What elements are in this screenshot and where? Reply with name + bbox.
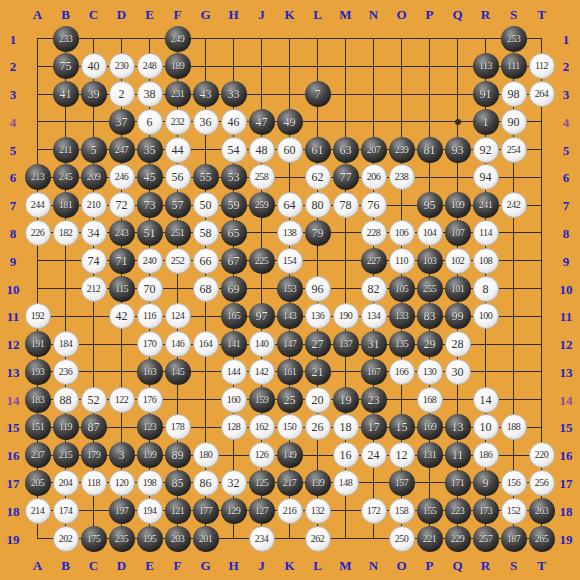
stone-D4[interactable]: 37 xyxy=(109,109,135,135)
stone-D14[interactable]: 122 xyxy=(109,387,135,413)
stone-Q17[interactable]: 171 xyxy=(445,470,471,496)
stone-Q7[interactable]: 109 xyxy=(445,192,471,218)
move-number: 217 xyxy=(283,478,297,488)
stone-J14[interactable]: 159 xyxy=(249,387,275,413)
stone-F6[interactable]: 56 xyxy=(165,164,191,190)
stone-S17[interactable]: 156 xyxy=(501,470,527,496)
stone-C8[interactable]: 34 xyxy=(81,220,107,246)
stone-F11[interactable]: 124 xyxy=(165,303,191,329)
stone-L8[interactable]: 79 xyxy=(305,220,331,246)
stone-F7[interactable]: 57 xyxy=(165,192,191,218)
stone-D3[interactable]: 2 xyxy=(109,81,135,107)
stone-C7[interactable]: 210 xyxy=(81,192,107,218)
stone-O11[interactable]: 133 xyxy=(389,303,415,329)
stone-E12[interactable]: 170 xyxy=(137,331,163,357)
stone-N9[interactable]: 227 xyxy=(361,248,387,274)
stone-B1[interactable]: 233 xyxy=(53,26,79,52)
stone-S19[interactable]: 187 xyxy=(501,526,527,552)
stone-A15[interactable]: 151 xyxy=(25,414,51,440)
stone-O16[interactable]: 12 xyxy=(389,442,415,468)
move-number: 104 xyxy=(423,228,437,238)
stone-R7[interactable]: 241 xyxy=(473,192,499,218)
stone-P5[interactable]: 81 xyxy=(417,137,443,163)
stone-N6[interactable]: 206 xyxy=(361,164,387,190)
stone-N7[interactable]: 76 xyxy=(361,192,387,218)
stone-O13[interactable]: 166 xyxy=(389,359,415,385)
stone-H8[interactable]: 65 xyxy=(221,220,247,246)
move-number: 181 xyxy=(59,200,73,210)
stone-J12[interactable]: 140 xyxy=(249,331,275,357)
stone-O19[interactable]: 250 xyxy=(389,526,415,552)
stone-H12[interactable]: 141 xyxy=(221,331,247,357)
move-number: 16 xyxy=(340,449,352,461)
stone-M14[interactable]: 19 xyxy=(333,387,359,413)
move-number: 239 xyxy=(395,145,409,155)
stone-R16[interactable]: 186 xyxy=(473,442,499,468)
stone-E7[interactable]: 73 xyxy=(137,192,163,218)
stone-M12[interactable]: 137 xyxy=(333,331,359,357)
stone-L15[interactable]: 26 xyxy=(305,414,331,440)
stone-N14[interactable]: 23 xyxy=(361,387,387,413)
stone-R10[interactable]: 8 xyxy=(473,276,499,302)
stone-K13[interactable]: 161 xyxy=(277,359,303,385)
stone-O17[interactable]: 157 xyxy=(389,470,415,496)
stone-B12[interactable]: 184 xyxy=(53,331,79,357)
stone-B19[interactable]: 202 xyxy=(53,526,79,552)
stone-N10[interactable]: 82 xyxy=(361,276,387,302)
move-number: 142 xyxy=(255,367,269,377)
stone-O10[interactable]: 105 xyxy=(389,276,415,302)
stone-P16[interactable]: 131 xyxy=(417,442,443,468)
stone-A14[interactable]: 183 xyxy=(25,387,51,413)
stone-F19[interactable]: 203 xyxy=(165,526,191,552)
stone-S4[interactable]: 90 xyxy=(501,109,527,135)
stone-D6[interactable]: 246 xyxy=(109,164,135,190)
stone-L10[interactable]: 96 xyxy=(305,276,331,302)
stone-D2[interactable]: 230 xyxy=(109,53,135,79)
stone-C17[interactable]: 118 xyxy=(81,470,107,496)
stone-R19[interactable]: 257 xyxy=(473,526,499,552)
stone-C16[interactable]: 179 xyxy=(81,442,107,468)
stone-J9[interactable]: 225 xyxy=(249,248,275,274)
stone-E13[interactable]: 163 xyxy=(137,359,163,385)
stone-B16[interactable]: 215 xyxy=(53,442,79,468)
move-number: 245 xyxy=(59,172,73,182)
stone-Q18[interactable]: 223 xyxy=(445,498,471,524)
stone-G12[interactable]: 164 xyxy=(193,331,219,357)
stone-P14[interactable]: 168 xyxy=(417,387,443,413)
stone-N13[interactable]: 167 xyxy=(361,359,387,385)
move-number: 125 xyxy=(255,478,269,488)
move-number: 173 xyxy=(479,506,493,516)
stone-M11[interactable]: 190 xyxy=(333,303,359,329)
stone-O15[interactable]: 15 xyxy=(389,414,415,440)
stone-K16[interactable]: 149 xyxy=(277,442,303,468)
stone-T19[interactable]: 265 xyxy=(529,526,555,552)
stone-A17[interactable]: 205 xyxy=(25,470,51,496)
stone-G18[interactable]: 177 xyxy=(193,498,219,524)
stone-H4[interactable]: 46 xyxy=(221,109,247,135)
coord-right-14: 14 xyxy=(560,393,573,406)
stone-O8[interactable]: 106 xyxy=(389,220,415,246)
stone-L17[interactable]: 139 xyxy=(305,470,331,496)
stone-F15[interactable]: 178 xyxy=(165,414,191,440)
stone-E3[interactable]: 38 xyxy=(137,81,163,107)
stone-T3[interactable]: 264 xyxy=(529,81,555,107)
stone-D9[interactable]: 71 xyxy=(109,248,135,274)
stone-M7[interactable]: 78 xyxy=(333,192,359,218)
stone-J7[interactable]: 259 xyxy=(249,192,275,218)
stone-B7[interactable]: 181 xyxy=(53,192,79,218)
go-board[interactable]: AABBCCDDEEFFGGHHJJKKLLMMNNOOPPQQRRSSTT11… xyxy=(0,0,580,580)
stone-N18[interactable]: 172 xyxy=(361,498,387,524)
stone-O9[interactable]: 110 xyxy=(389,248,415,274)
stone-R4[interactable]: 1 xyxy=(473,109,499,135)
stone-C6[interactable]: 209 xyxy=(81,164,107,190)
coord-bottom-Q: Q xyxy=(452,559,462,572)
stone-H10[interactable]: 69 xyxy=(221,276,247,302)
stone-E17[interactable]: 198 xyxy=(137,470,163,496)
stone-Q19[interactable]: 229 xyxy=(445,526,471,552)
stone-P7[interactable]: 95 xyxy=(417,192,443,218)
stone-L13[interactable]: 21 xyxy=(305,359,331,385)
move-number: 63 xyxy=(340,144,352,156)
stone-E9[interactable]: 240 xyxy=(137,248,163,274)
stone-J11[interactable]: 97 xyxy=(249,303,275,329)
stone-K8[interactable]: 138 xyxy=(277,220,303,246)
stone-E16[interactable]: 199 xyxy=(137,442,163,468)
stone-N8[interactable]: 228 xyxy=(361,220,387,246)
move-number: 259 xyxy=(255,200,269,210)
stone-F1[interactable]: 249 xyxy=(165,26,191,52)
stone-F18[interactable]: 121 xyxy=(165,498,191,524)
move-number: 162 xyxy=(255,422,269,432)
move-number: 145 xyxy=(171,367,185,377)
stone-D11[interactable]: 42 xyxy=(109,303,135,329)
stone-E10[interactable]: 70 xyxy=(137,276,163,302)
stone-B5[interactable]: 211 xyxy=(53,137,79,163)
stone-K9[interactable]: 154 xyxy=(277,248,303,274)
stone-R11[interactable]: 100 xyxy=(473,303,499,329)
stone-A18[interactable]: 214 xyxy=(25,498,51,524)
stone-P19[interactable]: 221 xyxy=(417,526,443,552)
stone-F12[interactable]: 146 xyxy=(165,331,191,357)
stone-Q11[interactable]: 99 xyxy=(445,303,471,329)
stone-G3[interactable]: 43 xyxy=(193,81,219,107)
stone-J18[interactable]: 127 xyxy=(249,498,275,524)
stone-S2[interactable]: 111 xyxy=(501,53,527,79)
stone-R15[interactable]: 10 xyxy=(473,414,499,440)
stone-H15[interactable]: 128 xyxy=(221,414,247,440)
stone-F9[interactable]: 252 xyxy=(165,248,191,274)
stone-G8[interactable]: 58 xyxy=(193,220,219,246)
stone-A8[interactable]: 226 xyxy=(25,220,51,246)
stone-D10[interactable]: 115 xyxy=(109,276,135,302)
stone-N11[interactable]: 134 xyxy=(361,303,387,329)
move-number: 177 xyxy=(199,506,213,516)
stone-Q15[interactable]: 13 xyxy=(445,414,471,440)
stone-B3[interactable]: 41 xyxy=(53,81,79,107)
stone-F3[interactable]: 231 xyxy=(165,81,191,107)
stone-T17[interactable]: 256 xyxy=(529,470,555,496)
stone-H6[interactable]: 53 xyxy=(221,164,247,190)
stone-S5[interactable]: 254 xyxy=(501,137,527,163)
stone-S1[interactable]: 253 xyxy=(501,26,527,52)
stone-J6[interactable]: 258 xyxy=(249,164,275,190)
move-number: 163 xyxy=(143,367,157,377)
stone-J15[interactable]: 162 xyxy=(249,414,275,440)
stone-E8[interactable]: 51 xyxy=(137,220,163,246)
stone-D7[interactable]: 72 xyxy=(109,192,135,218)
stone-G16[interactable]: 180 xyxy=(193,442,219,468)
stone-H17[interactable]: 32 xyxy=(221,470,247,496)
stone-A6[interactable]: 213 xyxy=(25,164,51,190)
stone-D16[interactable]: 3 xyxy=(109,442,135,468)
stone-C3[interactable]: 39 xyxy=(81,81,107,107)
stone-A7[interactable]: 244 xyxy=(25,192,51,218)
stone-D8[interactable]: 243 xyxy=(109,220,135,246)
stone-C10[interactable]: 212 xyxy=(81,276,107,302)
coord-left-16: 16 xyxy=(7,449,20,462)
stone-C5[interactable]: 5 xyxy=(81,137,107,163)
stone-P11[interactable]: 83 xyxy=(417,303,443,329)
stone-K15[interactable]: 150 xyxy=(277,414,303,440)
stone-Q10[interactable]: 101 xyxy=(445,276,471,302)
coord-left-19: 19 xyxy=(7,532,20,545)
coord-top-D: D xyxy=(117,8,126,21)
move-number: 54 xyxy=(228,144,240,156)
stone-P18[interactable]: 155 xyxy=(417,498,443,524)
stone-G4[interactable]: 36 xyxy=(193,109,219,135)
move-number: 118 xyxy=(87,478,100,488)
stone-K11[interactable]: 143 xyxy=(277,303,303,329)
stone-C19[interactable]: 175 xyxy=(81,526,107,552)
stone-R8[interactable]: 114 xyxy=(473,220,499,246)
stone-S18[interactable]: 152 xyxy=(501,498,527,524)
stone-P15[interactable]: 169 xyxy=(417,414,443,440)
stone-H5[interactable]: 54 xyxy=(221,137,247,163)
move-number: 79 xyxy=(312,227,324,239)
stone-P8[interactable]: 104 xyxy=(417,220,443,246)
stone-F5[interactable]: 44 xyxy=(165,137,191,163)
stone-R6[interactable]: 94 xyxy=(473,164,499,190)
stone-B17[interactable]: 204 xyxy=(53,470,79,496)
stone-K10[interactable]: 153 xyxy=(277,276,303,302)
coord-bottom-B: B xyxy=(61,559,70,572)
stone-Q8[interactable]: 107 xyxy=(445,220,471,246)
stone-B18[interactable]: 174 xyxy=(53,498,79,524)
coord-right-2: 2 xyxy=(563,60,570,73)
stone-J13[interactable]: 142 xyxy=(249,359,275,385)
stone-P12[interactable]: 29 xyxy=(417,331,443,357)
stone-B15[interactable]: 119 xyxy=(53,414,79,440)
stone-G9[interactable]: 66 xyxy=(193,248,219,274)
stone-L12[interactable]: 27 xyxy=(305,331,331,357)
stone-J19[interactable]: 234 xyxy=(249,526,275,552)
stone-L19[interactable]: 262 xyxy=(305,526,331,552)
coord-bottom-R: R xyxy=(481,559,490,572)
stone-K7[interactable]: 64 xyxy=(277,192,303,218)
stone-R5[interactable]: 92 xyxy=(473,137,499,163)
stone-B6[interactable]: 245 xyxy=(53,164,79,190)
move-number: 228 xyxy=(367,228,381,238)
stone-H11[interactable]: 165 xyxy=(221,303,247,329)
move-number: 12 xyxy=(396,449,408,461)
stone-S7[interactable]: 242 xyxy=(501,192,527,218)
stone-E2[interactable]: 248 xyxy=(137,53,163,79)
stone-F17[interactable]: 85 xyxy=(165,470,191,496)
stone-E5[interactable]: 35 xyxy=(137,137,163,163)
star-point xyxy=(455,119,461,125)
move-number: 212 xyxy=(87,284,101,294)
move-number: 236 xyxy=(59,367,73,377)
stone-R17[interactable]: 9 xyxy=(473,470,499,496)
stone-H3[interactable]: 33 xyxy=(221,81,247,107)
stone-K5[interactable]: 60 xyxy=(277,137,303,163)
stone-E15[interactable]: 123 xyxy=(137,414,163,440)
stone-B2[interactable]: 75 xyxy=(53,53,79,79)
stone-L18[interactable]: 132 xyxy=(305,498,331,524)
stone-K14[interactable]: 25 xyxy=(277,387,303,413)
stone-Q5[interactable]: 93 xyxy=(445,137,471,163)
stone-P9[interactable]: 103 xyxy=(417,248,443,274)
stone-E18[interactable]: 194 xyxy=(137,498,163,524)
coord-right-9: 9 xyxy=(563,254,570,267)
stone-N12[interactable]: 31 xyxy=(361,331,387,357)
stone-J16[interactable]: 126 xyxy=(249,442,275,468)
stone-K4[interactable]: 49 xyxy=(277,109,303,135)
stone-T16[interactable]: 220 xyxy=(529,442,555,468)
stone-N16[interactable]: 24 xyxy=(361,442,387,468)
stone-O6[interactable]: 238 xyxy=(389,164,415,190)
stone-A16[interactable]: 237 xyxy=(25,442,51,468)
stone-D19[interactable]: 235 xyxy=(109,526,135,552)
stone-R14[interactable]: 14 xyxy=(473,387,499,413)
stone-A11[interactable]: 192 xyxy=(25,303,51,329)
move-number: 140 xyxy=(255,339,269,349)
stone-G19[interactable]: 201 xyxy=(193,526,219,552)
coord-top-J: J xyxy=(258,8,265,21)
stone-E11[interactable]: 116 xyxy=(137,303,163,329)
stone-A13[interactable]: 193 xyxy=(25,359,51,385)
stone-M15[interactable]: 18 xyxy=(333,414,359,440)
stone-G6[interactable]: 55 xyxy=(193,164,219,190)
stone-H18[interactable]: 129 xyxy=(221,498,247,524)
stone-D5[interactable]: 247 xyxy=(109,137,135,163)
stone-N15[interactable]: 17 xyxy=(361,414,387,440)
stone-K12[interactable]: 147 xyxy=(277,331,303,357)
move-number: 75 xyxy=(60,60,72,72)
move-number: 93 xyxy=(452,144,464,156)
move-number: 53 xyxy=(228,171,240,183)
stone-M6[interactable]: 77 xyxy=(333,164,359,190)
coord-right-12: 12 xyxy=(560,338,573,351)
stone-J5[interactable]: 48 xyxy=(249,137,275,163)
stone-B8[interactable]: 182 xyxy=(53,220,79,246)
stone-E14[interactable]: 176 xyxy=(137,387,163,413)
coord-bottom-C: C xyxy=(89,559,98,572)
stone-L3[interactable]: 7 xyxy=(305,81,331,107)
stone-L11[interactable]: 136 xyxy=(305,303,331,329)
stone-J4[interactable]: 47 xyxy=(249,109,275,135)
move-number: 74 xyxy=(88,255,100,267)
stone-D17[interactable]: 120 xyxy=(109,470,135,496)
stone-R2[interactable]: 113 xyxy=(473,53,499,79)
stone-H13[interactable]: 144 xyxy=(221,359,247,385)
stone-F16[interactable]: 89 xyxy=(165,442,191,468)
stone-O5[interactable]: 239 xyxy=(389,137,415,163)
stone-R9[interactable]: 108 xyxy=(473,248,499,274)
stone-N5[interactable]: 207 xyxy=(361,137,387,163)
stone-F8[interactable]: 251 xyxy=(165,220,191,246)
stone-G17[interactable]: 86 xyxy=(193,470,219,496)
stone-G10[interactable]: 68 xyxy=(193,276,219,302)
stone-E4[interactable]: 6 xyxy=(137,109,163,135)
stone-Q9[interactable]: 102 xyxy=(445,248,471,274)
coord-right-17: 17 xyxy=(560,476,573,489)
stone-T2[interactable]: 112 xyxy=(529,53,555,79)
stone-G7[interactable]: 50 xyxy=(193,192,219,218)
stone-L5[interactable]: 61 xyxy=(305,137,331,163)
stone-L7[interactable]: 80 xyxy=(305,192,331,218)
stone-K18[interactable]: 216 xyxy=(277,498,303,524)
move-number: 90 xyxy=(508,116,520,128)
coord-right-16: 16 xyxy=(560,449,573,462)
stone-E19[interactable]: 195 xyxy=(137,526,163,552)
stone-P10[interactable]: 255 xyxy=(417,276,443,302)
stone-K17[interactable]: 217 xyxy=(277,470,303,496)
stone-F4[interactable]: 232 xyxy=(165,109,191,135)
stone-M5[interactable]: 63 xyxy=(333,137,359,163)
move-number: 131 xyxy=(423,450,437,460)
stone-Q13[interactable]: 30 xyxy=(445,359,471,385)
stone-S15[interactable]: 188 xyxy=(501,414,527,440)
stone-D18[interactable]: 197 xyxy=(109,498,135,524)
stone-A12[interactable]: 191 xyxy=(25,331,51,357)
stone-H14[interactable]: 160 xyxy=(221,387,247,413)
stone-T18[interactable]: 263 xyxy=(529,498,555,524)
stone-H9[interactable]: 67 xyxy=(221,248,247,274)
stone-C14[interactable]: 52 xyxy=(81,387,107,413)
stone-F2[interactable]: 189 xyxy=(165,53,191,79)
stone-L6[interactable]: 62 xyxy=(305,164,331,190)
stone-C15[interactable]: 87 xyxy=(81,414,107,440)
stone-B13[interactable]: 236 xyxy=(53,359,79,385)
stone-H7[interactable]: 59 xyxy=(221,192,247,218)
stone-M17[interactable]: 148 xyxy=(333,470,359,496)
stone-Q16[interactable]: 11 xyxy=(445,442,471,468)
stone-M16[interactable]: 16 xyxy=(333,442,359,468)
stone-C2[interactable]: 40 xyxy=(81,53,107,79)
stone-O12[interactable]: 135 xyxy=(389,331,415,357)
stone-S3[interactable]: 98 xyxy=(501,81,527,107)
stone-Q12[interactable]: 28 xyxy=(445,331,471,357)
stone-P13[interactable]: 130 xyxy=(417,359,443,385)
coord-bottom-H: H xyxy=(228,559,238,572)
stone-C9[interactable]: 74 xyxy=(81,248,107,274)
stone-E6[interactable]: 45 xyxy=(137,164,163,190)
stone-R3[interactable]: 91 xyxy=(473,81,499,107)
stone-B14[interactable]: 88 xyxy=(53,387,79,413)
move-number: 183 xyxy=(31,395,45,405)
coord-bottom-J: J xyxy=(258,559,265,572)
stone-O18[interactable]: 158 xyxy=(389,498,415,524)
stone-F13[interactable]: 145 xyxy=(165,359,191,385)
stone-J17[interactable]: 125 xyxy=(249,470,275,496)
stone-L14[interactable]: 20 xyxy=(305,387,331,413)
coord-bottom-P: P xyxy=(426,559,434,572)
stone-R18[interactable]: 173 xyxy=(473,498,499,524)
